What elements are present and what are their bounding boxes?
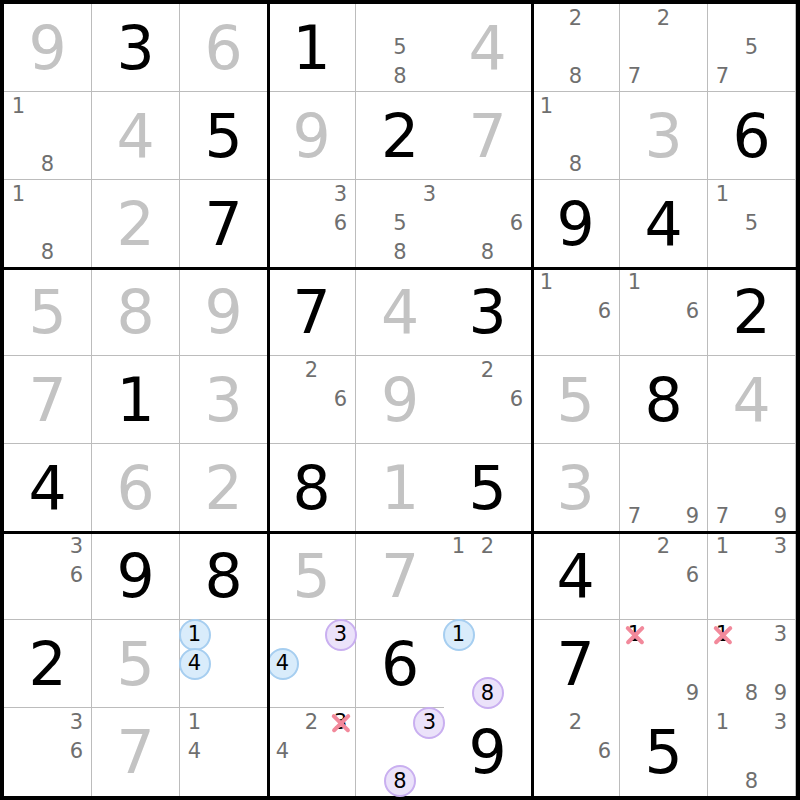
empty-candidate-slot: [33, 561, 62, 590]
candidate-9[interactable]: 9: [766, 679, 795, 708]
empty-candidate-slot: [326, 737, 355, 766]
empty-candidate-slot: [737, 708, 766, 737]
candidate-3-x[interactable]: 3: [326, 708, 355, 737]
empty-candidate-slot: [356, 767, 385, 796]
candidate-grid: 12: [444, 532, 531, 619]
candidate-5[interactable]: 5: [737, 209, 766, 238]
given-digit: 7: [556, 634, 594, 694]
solved-digit: 4: [468, 18, 506, 78]
cell-r2c1[interactable]: 18: [4, 92, 92, 180]
candidate-digit: 6: [598, 741, 611, 762]
empty-candidate-slot: [708, 590, 737, 619]
cell-r5c5[interactable]: 9: [356, 356, 444, 444]
empty-candidate-slot: [62, 180, 91, 209]
cell-r1c1[interactable]: 9: [4, 4, 92, 92]
candidate-digit: 2: [481, 360, 494, 381]
cell-r9c8[interactable]: 5: [620, 708, 708, 796]
candidate-grid: 18: [4, 180, 91, 267]
candidate-digit: 5: [393, 213, 406, 234]
empty-candidate-slot: [356, 737, 385, 766]
candidate-3[interactable]: 3: [766, 708, 795, 737]
empty-candidate-slot: [678, 649, 707, 678]
empty-candidate-slot: [4, 767, 33, 796]
candidate-grid: 57: [708, 4, 795, 91]
candidate-digit: 8: [569, 154, 582, 175]
candidate-4[interactable]: 4: [180, 737, 209, 766]
candidate-6[interactable]: 6: [678, 561, 707, 590]
candidate-3[interactable]: 3: [415, 180, 444, 209]
cell-r6c2[interactable]: 6: [92, 444, 180, 532]
empty-candidate-slot: [620, 33, 649, 62]
candidate-1[interactable]: 1: [708, 532, 737, 561]
cell-r8c4[interactable]: 34: [268, 620, 356, 708]
empty-candidate-slot: [561, 33, 590, 62]
cell-r5c8[interactable]: 8: [620, 356, 708, 444]
candidate-1-x[interactable]: 1: [708, 620, 737, 649]
empty-candidate-slot: [532, 33, 561, 62]
candidate-2[interactable]: 2: [473, 532, 502, 561]
candidate-digit: 6: [598, 301, 611, 322]
candidate-8[interactable]: 8: [385, 62, 414, 91]
given-digit: 3: [468, 282, 506, 342]
cell-r9c5[interactable]: 38: [356, 708, 444, 796]
cell-r3c5[interactable]: 358: [356, 180, 444, 268]
cell-r1c8[interactable]: 27: [620, 4, 708, 92]
empty-candidate-slot: [356, 209, 385, 238]
candidate-digit: 3: [334, 712, 347, 733]
candidate-6[interactable]: 6: [502, 209, 531, 238]
cell-r1c3[interactable]: 6: [180, 4, 268, 92]
solved-digit: 9: [28, 18, 66, 78]
cell-r8c3[interactable]: 14: [180, 620, 268, 708]
cell-r6c1[interactable]: 4: [4, 444, 92, 532]
empty-candidate-slot: [444, 590, 473, 619]
candidate-digit: 2: [481, 536, 494, 557]
candidate-1[interactable]: 1: [4, 180, 33, 209]
cell-r7c3[interactable]: 8: [180, 532, 268, 620]
cell-r6c8[interactable]: 79: [620, 444, 708, 532]
empty-candidate-slot: [502, 590, 531, 619]
empty-candidate-slot: [62, 150, 91, 179]
empty-candidate-slot: [473, 649, 502, 678]
empty-candidate-slot: [4, 209, 33, 238]
solved-digit: 5: [116, 634, 154, 694]
candidate-6[interactable]: 6: [590, 297, 619, 326]
cell-r7c6[interactable]: 12: [444, 532, 532, 620]
candidate-1[interactable]: 1: [180, 708, 209, 737]
empty-candidate-slot: [444, 414, 473, 443]
cell-r7c9[interactable]: 13: [708, 532, 796, 620]
candidate-6[interactable]: 6: [326, 209, 355, 238]
candidate-2[interactable]: 2: [561, 4, 590, 33]
candidate-2[interactable]: 2: [297, 356, 326, 385]
candidate-8[interactable]: 8: [473, 238, 502, 267]
candidate-digit: 6: [334, 213, 347, 234]
candidate-grid: 79: [708, 444, 795, 531]
candidate-digit: 3: [334, 184, 347, 205]
candidate-digit: 1: [628, 624, 641, 645]
candidate-8[interactable]: 8: [737, 679, 766, 708]
candidate-digit: 8: [41, 242, 54, 263]
empty-candidate-slot: [415, 33, 444, 62]
candidate-grid: 27: [620, 4, 707, 91]
empty-candidate-slot: [561, 268, 590, 297]
sudoku-board: 9361584282757184592718361827363586894155…: [0, 0, 800, 800]
cell-r9c2[interactable]: 7: [92, 708, 180, 796]
empty-candidate-slot: [268, 356, 297, 385]
candidate-digit: 1: [716, 712, 729, 733]
empty-candidate-slot: [737, 649, 766, 678]
empty-candidate-slot: [268, 767, 297, 796]
empty-candidate-slot: [620, 679, 649, 708]
solved-digit: 1: [381, 458, 419, 518]
candidate-1[interactable]: 1: [532, 92, 561, 121]
empty-candidate-slot: [4, 238, 33, 267]
empty-candidate-slot: [356, 180, 385, 209]
candidate-3[interactable]: 3: [766, 620, 795, 649]
candidate-grid: 68: [444, 180, 531, 267]
empty-candidate-slot: [297, 209, 326, 238]
empty-candidate-slot: [532, 297, 561, 326]
candidate-grid: 16: [620, 268, 707, 355]
empty-candidate-slot: [415, 4, 444, 33]
candidate-1-blue[interactable]: 1: [444, 620, 473, 649]
cell-r1c4[interactable]: 1: [268, 4, 356, 92]
cell-r8c9[interactable]: 1389: [708, 620, 796, 708]
cell-r7c7[interactable]: 4: [532, 532, 620, 620]
cell-r9c1[interactable]: 36: [4, 708, 92, 796]
empty-candidate-slot: [4, 121, 33, 150]
candidate-2[interactable]: 2: [297, 708, 326, 737]
empty-candidate-slot: [649, 62, 678, 91]
empty-candidate-slot: [180, 678, 209, 707]
candidate-grid: 15: [708, 180, 795, 267]
empty-candidate-slot: [649, 649, 678, 678]
candidate-1[interactable]: 1: [4, 92, 33, 121]
solved-digit: 8: [116, 282, 154, 342]
given-digit: 9: [468, 722, 506, 782]
candidate-7[interactable]: 7: [708, 62, 737, 91]
candidate-digit: 9: [686, 683, 699, 704]
empty-candidate-slot: [356, 4, 385, 33]
candidate-1[interactable]: 1: [532, 268, 561, 297]
candidate-3[interactable]: 3: [62, 708, 91, 737]
candidate-7[interactable]: 7: [620, 62, 649, 91]
cell-r3c7[interactable]: 9: [532, 180, 620, 268]
candidate-2[interactable]: 2: [649, 4, 678, 33]
cell-r7c2[interactable]: 9: [92, 532, 180, 620]
empty-candidate-slot: [620, 473, 649, 502]
empty-candidate-slot: [33, 767, 62, 796]
empty-candidate-slot: [766, 473, 795, 502]
given-digit: 7: [204, 194, 242, 254]
candidate-3-purple[interactable]: 3: [415, 708, 444, 737]
solved-digit: 9: [381, 370, 419, 430]
candidate-3[interactable]: 3: [62, 532, 91, 561]
cell-r1c5[interactable]: 58: [356, 4, 444, 92]
empty-candidate-slot: [708, 679, 737, 708]
candidate-digit: 8: [745, 683, 758, 704]
candidate-digit: 3: [774, 624, 787, 645]
cell-r9c3[interactable]: 14: [180, 708, 268, 796]
candidate-1[interactable]: 1: [620, 268, 649, 297]
empty-candidate-slot: [561, 767, 590, 796]
empty-candidate-slot: [268, 620, 297, 649]
candidate-6[interactable]: 6: [62, 737, 91, 766]
empty-candidate-slot: [620, 590, 649, 619]
cell-r4c8[interactable]: 16: [620, 268, 708, 356]
cell-r2c5[interactable]: 2: [356, 92, 444, 180]
given-digit: 6: [381, 634, 419, 694]
candidate-1[interactable]: 1: [708, 180, 737, 209]
cell-r2c6[interactable]: 7: [444, 92, 532, 180]
cell-r3c8[interactable]: 4: [620, 180, 708, 268]
given-digit: 4: [28, 458, 66, 518]
empty-candidate-slot: [590, 708, 619, 737]
cell-r8c8[interactable]: 19: [620, 620, 708, 708]
empty-candidate-slot: [708, 561, 737, 590]
candidate-2[interactable]: 2: [649, 532, 678, 561]
candidate-9[interactable]: 9: [766, 502, 795, 531]
candidate-grid: 36: [4, 708, 91, 796]
candidate-3-purple[interactable]: 3: [326, 620, 355, 649]
cell-r3c3[interactable]: 7: [180, 180, 268, 268]
cell-r1c7[interactable]: 28: [532, 4, 620, 92]
cell-r6c6[interactable]: 5: [444, 444, 532, 532]
cell-r1c9[interactable]: 57: [708, 4, 796, 92]
cell-r6c9[interactable]: 79: [708, 444, 796, 532]
empty-candidate-slot: [766, 209, 795, 238]
candidate-5[interactable]: 5: [385, 33, 414, 62]
empty-candidate-slot: [766, 767, 795, 796]
empty-candidate-slot: [737, 473, 766, 502]
candidate-digit: 8: [569, 66, 582, 87]
candidate-5[interactable]: 5: [737, 33, 766, 62]
given-digit: 6: [732, 106, 770, 166]
candidate-8[interactable]: 8: [33, 238, 62, 267]
empty-candidate-slot: [502, 679, 531, 708]
cell-r1c6[interactable]: 4: [444, 4, 532, 92]
empty-candidate-slot: [297, 678, 326, 707]
candidate-1-blue[interactable]: 1: [180, 620, 209, 649]
candidate-digit: 2: [657, 536, 670, 557]
empty-candidate-slot: [532, 708, 561, 737]
empty-candidate-slot: [268, 678, 297, 707]
empty-candidate-slot: [444, 209, 473, 238]
candidate-6[interactable]: 6: [62, 561, 91, 590]
cell-r2c9[interactable]: 6: [708, 92, 796, 180]
cell-r9c9[interactable]: 138: [708, 708, 796, 796]
empty-candidate-slot: [33, 532, 62, 561]
cell-r3c1[interactable]: 18: [4, 180, 92, 268]
cell-r5c2[interactable]: 1: [92, 356, 180, 444]
solved-digit: 6: [204, 18, 242, 78]
cell-r5c7[interactable]: 5: [532, 356, 620, 444]
empty-candidate-slot: [649, 33, 678, 62]
candidate-digit: 6: [334, 389, 347, 410]
candidate-8-purple[interactable]: 8: [385, 767, 414, 796]
candidate-1[interactable]: 1: [708, 708, 737, 737]
candidate-4-blue[interactable]: 4: [180, 649, 209, 678]
candidate-6[interactable]: 6: [590, 737, 619, 766]
candidate-3[interactable]: 3: [766, 532, 795, 561]
cell-r9c6[interactable]: 9: [444, 708, 532, 796]
box-border-vertical-2: [531, 4, 534, 796]
empty-candidate-slot: [620, 326, 649, 355]
empty-candidate-slot: [33, 708, 62, 737]
cell-r2c7[interactable]: 18: [532, 92, 620, 180]
cell-r8c1[interactable]: 2: [4, 620, 92, 708]
cell-r2c4[interactable]: 9: [268, 92, 356, 180]
candidate-1[interactable]: 1: [444, 532, 473, 561]
empty-candidate-slot: [532, 150, 561, 179]
cell-r7c1[interactable]: 36: [4, 532, 92, 620]
cell-r1c2[interactable]: 3: [92, 4, 180, 92]
empty-candidate-slot: [620, 297, 649, 326]
empty-candidate-slot: [649, 561, 678, 590]
empty-candidate-slot: [708, 444, 737, 473]
empty-candidate-slot: [297, 767, 326, 796]
empty-candidate-slot: [737, 502, 766, 531]
candidate-grid: 16: [532, 268, 619, 355]
candidate-8[interactable]: 8: [737, 767, 766, 796]
candidate-digit: 6: [70, 565, 83, 586]
cell-r4c6[interactable]: 3: [444, 268, 532, 356]
empty-candidate-slot: [4, 561, 33, 590]
empty-candidate-slot: [62, 121, 91, 150]
cell-r8c2[interactable]: 5: [92, 620, 180, 708]
candidate-2[interactable]: 2: [561, 708, 590, 737]
candidate-digit: 3: [774, 536, 787, 557]
candidate-6[interactable]: 6: [502, 385, 531, 414]
cell-r4c9[interactable]: 2: [708, 268, 796, 356]
cell-r5c6[interactable]: 26: [444, 356, 532, 444]
candidate-digit: 5: [745, 37, 758, 58]
candidate-digit: 8: [393, 66, 406, 87]
cell-r2c2[interactable]: 4: [92, 92, 180, 180]
cell-r4c3[interactable]: 9: [180, 268, 268, 356]
solved-digit: 4: [116, 106, 154, 166]
cell-r9c7[interactable]: 26: [532, 708, 620, 796]
empty-candidate-slot: [678, 532, 707, 561]
candidate-6[interactable]: 6: [678, 297, 707, 326]
cell-r6c3[interactable]: 2: [180, 444, 268, 532]
empty-candidate-slot: [590, 150, 619, 179]
empty-candidate-slot: [238, 649, 267, 678]
candidate-8[interactable]: 8: [561, 150, 590, 179]
cell-r5c1[interactable]: 7: [4, 356, 92, 444]
candidate-6[interactable]: 6: [326, 385, 355, 414]
cell-r4c4[interactable]: 7: [268, 268, 356, 356]
cell-r4c2[interactable]: 8: [92, 268, 180, 356]
candidate-digit: 8: [745, 771, 758, 792]
empty-candidate-slot: [385, 737, 414, 766]
candidate-8[interactable]: 8: [561, 62, 590, 91]
cell-r4c7[interactable]: 16: [532, 268, 620, 356]
candidate-grid: 18: [4, 92, 91, 179]
empty-candidate-slot: [326, 238, 355, 267]
given-digit: 8: [644, 370, 682, 430]
given-digit: 2: [732, 282, 770, 342]
cell-r6c4[interactable]: 8: [268, 444, 356, 532]
cell-r6c5[interactable]: 1: [356, 444, 444, 532]
candidate-5[interactable]: 5: [385, 209, 414, 238]
solved-digit: 5: [292, 546, 330, 606]
empty-candidate-slot: [590, 62, 619, 91]
cell-r8c6[interactable]: 18: [444, 620, 532, 708]
cell-r3c6[interactable]: 68: [444, 180, 532, 268]
candidate-grid: 14: [180, 708, 267, 796]
empty-candidate-slot: [502, 356, 531, 385]
empty-candidate-slot: [678, 4, 707, 33]
cell-r5c3[interactable]: 3: [180, 356, 268, 444]
candidate-8[interactable]: 8: [385, 238, 414, 267]
candidate-digit: 2: [305, 712, 318, 733]
empty-candidate-slot: [620, 532, 649, 561]
empty-candidate-slot: [326, 649, 355, 678]
cell-r7c8[interactable]: 26: [620, 532, 708, 620]
candidate-7[interactable]: 7: [620, 502, 649, 531]
cell-r7c4[interactable]: 5: [268, 532, 356, 620]
empty-candidate-slot: [766, 33, 795, 62]
empty-candidate-slot: [561, 737, 590, 766]
cell-r9c4[interactable]: 234: [268, 708, 356, 796]
cell-r8c7[interactable]: 7: [532, 620, 620, 708]
cell-r4c5[interactable]: 4: [356, 268, 444, 356]
candidate-8[interactable]: 8: [33, 150, 62, 179]
given-digit: 1: [292, 18, 330, 78]
candidate-9[interactable]: 9: [678, 502, 707, 531]
empty-candidate-slot: [415, 238, 444, 267]
cell-r4c1[interactable]: 5: [4, 268, 92, 356]
cell-r3c4[interactable]: 36: [268, 180, 356, 268]
cell-r7c5[interactable]: 7: [356, 532, 444, 620]
cell-r5c9[interactable]: 4: [708, 356, 796, 444]
empty-candidate-slot: [4, 590, 33, 619]
candidate-8-purple[interactable]: 8: [473, 679, 502, 708]
candidate-9[interactable]: 9: [678, 679, 707, 708]
empty-candidate-slot: [326, 414, 355, 443]
empty-candidate-slot: [209, 737, 238, 766]
candidate-digit: 3: [70, 536, 83, 557]
candidate-3[interactable]: 3: [326, 180, 355, 209]
empty-candidate-slot: [766, 238, 795, 267]
cell-r5c4[interactable]: 26: [268, 356, 356, 444]
solved-digit: 7: [468, 106, 506, 166]
candidate-1-x[interactable]: 1: [620, 620, 649, 649]
empty-candidate-slot: [33, 209, 62, 238]
cell-r3c2[interactable]: 2: [92, 180, 180, 268]
candidate-4-blue[interactable]: 4: [268, 649, 297, 678]
candidate-digit: 6: [686, 565, 699, 586]
cell-r2c3[interactable]: 5: [180, 92, 268, 180]
candidate-digit: 5: [393, 37, 406, 58]
cell-r8c5[interactable]: 6: [356, 620, 444, 708]
candidate-grid: 36: [4, 532, 91, 619]
candidate-7[interactable]: 7: [708, 502, 737, 531]
cell-r2c8[interactable]: 3: [620, 92, 708, 180]
candidate-4[interactable]: 4: [268, 737, 297, 766]
empty-candidate-slot: [238, 708, 267, 737]
solved-digit: 5: [556, 370, 594, 430]
cell-r6c7[interactable]: 3: [532, 444, 620, 532]
empty-candidate-slot: [297, 649, 326, 678]
empty-candidate-slot: [590, 92, 619, 121]
empty-candidate-slot: [737, 180, 766, 209]
candidate-2[interactable]: 2: [473, 356, 502, 385]
empty-candidate-slot: [708, 209, 737, 238]
cell-r3c9[interactable]: 15: [708, 180, 796, 268]
